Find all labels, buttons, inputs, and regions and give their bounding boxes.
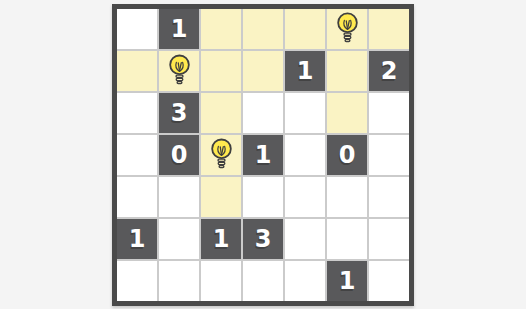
lit-cell-r1c3[interactable] <box>201 9 241 49</box>
lit-cell-r1c7[interactable] <box>369 9 409 49</box>
wall-cell-r1c2: 1 <box>159 9 199 49</box>
empty-cell-r4c5[interactable] <box>285 135 325 175</box>
empty-cell-r7c1[interactable] <box>117 261 157 301</box>
empty-cell-r7c7[interactable] <box>369 261 409 301</box>
lit-cell-r2c6[interactable] <box>327 51 367 91</box>
empty-cell-r7c3[interactable] <box>201 261 241 301</box>
clue-number: 1 <box>297 59 314 83</box>
empty-cell-r3c5[interactable] <box>285 93 325 133</box>
clue-number: 1 <box>213 227 230 251</box>
empty-cell-r6c7[interactable] <box>369 219 409 259</box>
wall-cell-r6c3: 1 <box>201 219 241 259</box>
lit-cell-r1c5[interactable] <box>285 9 325 49</box>
wall-cell-r2c5: 1 <box>285 51 325 91</box>
empty-cell-r5c2[interactable] <box>159 177 199 217</box>
lit-cell-r1c4[interactable] <box>243 9 283 49</box>
empty-cell-r6c6[interactable] <box>327 219 367 259</box>
wall-cell-r7c6: 1 <box>327 261 367 301</box>
wall-cell-r4c4: 1 <box>243 135 283 175</box>
empty-cell-r5c7[interactable] <box>369 177 409 217</box>
clue-number: 1 <box>129 227 146 251</box>
empty-cell-r3c1[interactable] <box>117 93 157 133</box>
clue-number: 0 <box>171 143 188 167</box>
empty-cell-r7c5[interactable] <box>285 261 325 301</box>
empty-cell-r5c6[interactable] <box>327 177 367 217</box>
bulb-cell-r2c2[interactable] <box>159 51 199 91</box>
lightbulb-icon <box>166 53 193 89</box>
clue-number: 1 <box>171 17 188 41</box>
lightbulb-icon <box>208 137 235 173</box>
wall-cell-r4c2: 0 <box>159 135 199 175</box>
clue-number: 1 <box>255 143 272 167</box>
lit-cell-r2c3[interactable] <box>201 51 241 91</box>
lit-cell-r3c3[interactable] <box>201 93 241 133</box>
clue-number: 2 <box>381 59 398 83</box>
clue-number: 3 <box>171 101 188 125</box>
lit-cell-r5c3[interactable] <box>201 177 241 217</box>
empty-cell-r7c2[interactable] <box>159 261 199 301</box>
lit-cell-r2c1[interactable] <box>117 51 157 91</box>
empty-cell-r3c7[interactable] <box>369 93 409 133</box>
wall-cell-r6c4: 3 <box>243 219 283 259</box>
empty-cell-r5c5[interactable] <box>285 177 325 217</box>
wall-cell-r6c1: 1 <box>117 219 157 259</box>
clue-number: 3 <box>255 227 272 251</box>
empty-cell-r5c4[interactable] <box>243 177 283 217</box>
wall-cell-r3c2: 3 <box>159 93 199 133</box>
empty-cell-r7c4[interactable] <box>243 261 283 301</box>
empty-cell-r6c2[interactable] <box>159 219 199 259</box>
wall-cell-r4c6: 0 <box>327 135 367 175</box>
lightbulb-icon <box>334 11 361 47</box>
empty-cell-r1c1[interactable] <box>117 9 157 49</box>
akari-board: 11230101131 <box>112 4 414 306</box>
empty-cell-r4c1[interactable] <box>117 135 157 175</box>
empty-cell-r6c5[interactable] <box>285 219 325 259</box>
lit-cell-r3c6[interactable] <box>327 93 367 133</box>
bulb-cell-r4c3[interactable] <box>201 135 241 175</box>
clue-number: 0 <box>339 143 356 167</box>
empty-cell-r3c4[interactable] <box>243 93 283 133</box>
clue-number: 1 <box>339 269 356 293</box>
empty-cell-r5c1[interactable] <box>117 177 157 217</box>
bulb-cell-r1c6[interactable] <box>327 9 367 49</box>
empty-cell-r4c7[interactable] <box>369 135 409 175</box>
wall-cell-r2c7: 2 <box>369 51 409 91</box>
lit-cell-r2c4[interactable] <box>243 51 283 91</box>
